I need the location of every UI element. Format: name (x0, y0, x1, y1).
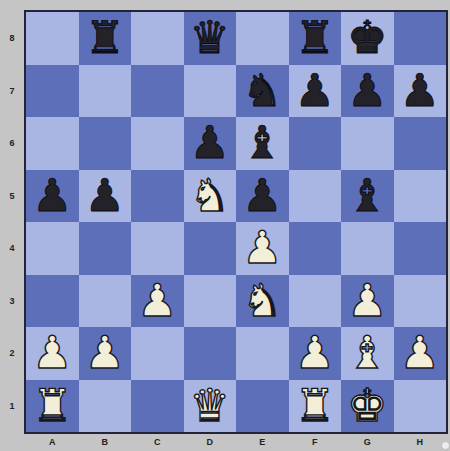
rank-label-6: 6 (0, 117, 24, 170)
square-b7[interactable] (79, 65, 132, 118)
square-c7[interactable] (131, 65, 184, 118)
square-b1[interactable] (79, 380, 132, 433)
piece-white-pawn[interactable]: ♟ (400, 327, 440, 380)
square-a6[interactable] (26, 117, 79, 170)
square-b3[interactable] (79, 275, 132, 328)
piece-black-bishop[interactable]: ♝ (242, 117, 282, 170)
piece-white-king[interactable]: ♚ (347, 380, 387, 433)
piece-black-bishop[interactable]: ♝ (347, 170, 387, 223)
rank-label-3: 3 (0, 275, 24, 328)
piece-black-pawn[interactable]: ♟ (190, 117, 230, 170)
square-h5[interactable] (394, 170, 447, 223)
square-c2[interactable] (131, 327, 184, 380)
square-c6[interactable] (131, 117, 184, 170)
square-g2[interactable]: ♝ (341, 327, 394, 380)
piece-black-pawn[interactable]: ♟ (347, 65, 387, 118)
square-d4[interactable] (184, 222, 237, 275)
square-h2[interactable]: ♟ (394, 327, 447, 380)
square-b4[interactable] (79, 222, 132, 275)
rank-label-7: 7 (0, 65, 24, 118)
square-a8[interactable] (26, 12, 79, 65)
square-a1[interactable]: ♜ (26, 380, 79, 433)
square-h3[interactable] (394, 275, 447, 328)
square-e1[interactable] (236, 380, 289, 433)
square-e2[interactable] (236, 327, 289, 380)
square-b6[interactable] (79, 117, 132, 170)
resize-grip-dot-icon (442, 442, 449, 449)
chess-board[interactable]: ♜♛♜♚♞♟♟♟♟♝♟♟♞♟♝♟♟♞♟♟♟♟♝♟♜♛♜♚ (24, 10, 448, 434)
square-f3[interactable] (289, 275, 342, 328)
square-g1[interactable]: ♚ (341, 380, 394, 433)
piece-black-pawn[interactable]: ♟ (85, 170, 125, 223)
piece-black-rook[interactable]: ♜ (85, 12, 125, 65)
square-f6[interactable] (289, 117, 342, 170)
file-label-f: F (289, 434, 342, 450)
square-d2[interactable] (184, 327, 237, 380)
square-h1[interactable] (394, 380, 447, 433)
piece-white-pawn[interactable]: ♟ (295, 327, 335, 380)
file-label-c: C (131, 434, 184, 450)
square-h4[interactable] (394, 222, 447, 275)
square-h7[interactable]: ♟ (394, 65, 447, 118)
square-b2[interactable]: ♟ (79, 327, 132, 380)
square-h6[interactable] (394, 117, 447, 170)
piece-white-pawn[interactable]: ♟ (32, 327, 72, 380)
square-f7[interactable]: ♟ (289, 65, 342, 118)
piece-white-rook[interactable]: ♜ (295, 380, 335, 433)
square-f8[interactable]: ♜ (289, 12, 342, 65)
piece-black-pawn[interactable]: ♟ (32, 170, 72, 223)
piece-white-knight[interactable]: ♞ (242, 275, 282, 328)
square-d3[interactable] (184, 275, 237, 328)
square-g3[interactable]: ♟ (341, 275, 394, 328)
square-d7[interactable] (184, 65, 237, 118)
rank-label-2: 2 (0, 327, 24, 380)
square-a3[interactable] (26, 275, 79, 328)
square-a5[interactable]: ♟ (26, 170, 79, 223)
file-label-h: H (394, 434, 447, 450)
square-g8[interactable]: ♚ (341, 12, 394, 65)
piece-black-knight[interactable]: ♞ (242, 65, 282, 118)
piece-white-knight[interactable]: ♞ (190, 170, 230, 223)
square-c8[interactable] (131, 12, 184, 65)
piece-black-pawn[interactable]: ♟ (295, 65, 335, 118)
file-labels: ABCDEFGH (26, 434, 446, 450)
piece-black-pawn[interactable]: ♟ (242, 170, 282, 223)
chess-app-window: 87654321 ♜♛♜♚♞♟♟♟♟♝♟♟♞♟♝♟♟♞♟♟♟♟♝♟♜♛♜♚ AB… (0, 0, 450, 451)
piece-black-rook[interactable]: ♜ (295, 12, 335, 65)
file-label-e: E (236, 434, 289, 450)
square-d1[interactable]: ♛ (184, 380, 237, 433)
square-e5[interactable]: ♟ (236, 170, 289, 223)
piece-white-bishop[interactable]: ♝ (347, 327, 387, 380)
square-b8[interactable]: ♜ (79, 12, 132, 65)
square-a4[interactable] (26, 222, 79, 275)
square-f5[interactable] (289, 170, 342, 223)
square-e4[interactable]: ♟ (236, 222, 289, 275)
square-a2[interactable]: ♟ (26, 327, 79, 380)
rank-label-1: 1 (0, 380, 24, 433)
square-c3[interactable]: ♟ (131, 275, 184, 328)
square-d8[interactable]: ♛ (184, 12, 237, 65)
rank-label-8: 8 (0, 12, 24, 65)
file-label-d: D (184, 434, 237, 450)
rank-label-5: 5 (0, 170, 24, 223)
square-e3[interactable]: ♞ (236, 275, 289, 328)
piece-white-pawn[interactable]: ♟ (137, 275, 177, 328)
piece-white-rook[interactable]: ♜ (32, 380, 72, 433)
square-e7[interactable]: ♞ (236, 65, 289, 118)
piece-black-queen[interactable]: ♛ (190, 12, 230, 65)
square-a7[interactable] (26, 65, 79, 118)
rank-labels: 87654321 (0, 12, 24, 432)
piece-white-pawn[interactable]: ♟ (85, 327, 125, 380)
piece-white-pawn[interactable]: ♟ (242, 222, 282, 275)
square-g7[interactable]: ♟ (341, 65, 394, 118)
rank-label-4: 4 (0, 222, 24, 275)
square-c1[interactable] (131, 380, 184, 433)
file-label-b: B (79, 434, 132, 450)
square-c5[interactable] (131, 170, 184, 223)
square-g4[interactable] (341, 222, 394, 275)
piece-white-queen[interactable]: ♛ (190, 380, 230, 433)
piece-white-pawn[interactable]: ♟ (347, 275, 387, 328)
square-b5[interactable]: ♟ (79, 170, 132, 223)
square-e8[interactable] (236, 12, 289, 65)
square-c4[interactable] (131, 222, 184, 275)
square-g5[interactable]: ♝ (341, 170, 394, 223)
square-e6[interactable]: ♝ (236, 117, 289, 170)
square-g6[interactable] (341, 117, 394, 170)
file-label-g: G (341, 434, 394, 450)
square-d5[interactable]: ♞ (184, 170, 237, 223)
piece-black-pawn[interactable]: ♟ (400, 65, 440, 118)
square-f4[interactable] (289, 222, 342, 275)
square-h8[interactable] (394, 12, 447, 65)
square-f1[interactable]: ♜ (289, 380, 342, 433)
square-f2[interactable]: ♟ (289, 327, 342, 380)
file-label-a: A (26, 434, 79, 450)
piece-black-king[interactable]: ♚ (347, 12, 387, 65)
square-d6[interactable]: ♟ (184, 117, 237, 170)
